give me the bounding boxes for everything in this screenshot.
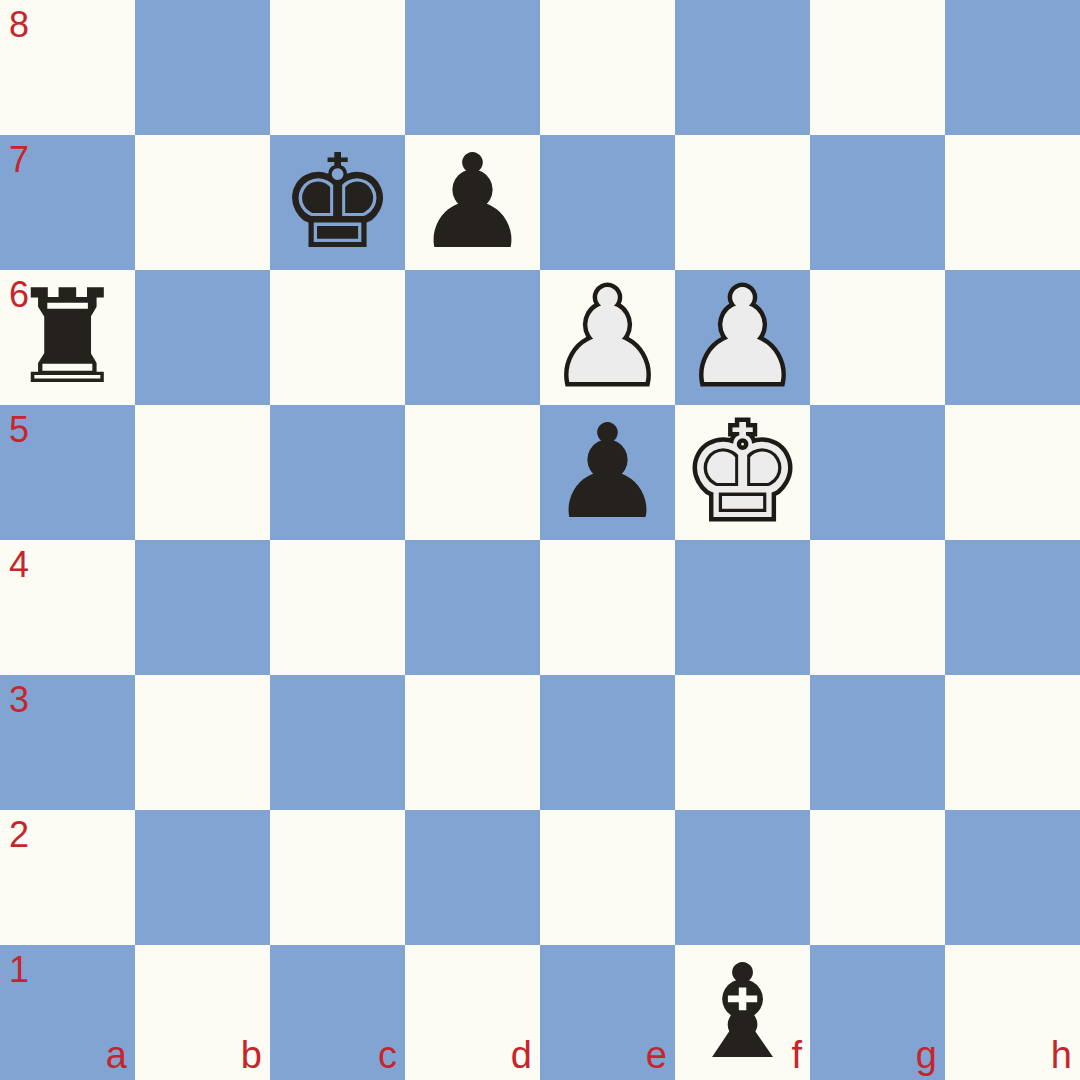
square-g5[interactable] (810, 405, 945, 540)
square-h3[interactable] (945, 675, 1080, 810)
square-h1[interactable]: h (945, 945, 1080, 1080)
square-d2[interactable] (405, 810, 540, 945)
square-c4[interactable] (270, 540, 405, 675)
square-c6[interactable] (270, 270, 405, 405)
square-g2[interactable] (810, 810, 945, 945)
square-h6[interactable] (945, 270, 1080, 405)
file-label-c: c (378, 1036, 397, 1074)
square-c3[interactable] (270, 675, 405, 810)
square-b6[interactable] (135, 270, 270, 405)
rank-label-3: 3 (9, 682, 29, 718)
square-a1[interactable]: 1a (0, 945, 135, 1080)
square-g3[interactable] (810, 675, 945, 810)
file-label-h: h (1051, 1036, 1072, 1074)
square-a7[interactable]: 7 (0, 135, 135, 270)
square-b7[interactable] (135, 135, 270, 270)
square-e8[interactable] (540, 0, 675, 135)
square-a4[interactable]: 4 (0, 540, 135, 675)
file-label-f: f (791, 1036, 802, 1074)
square-f3[interactable] (675, 675, 810, 810)
file-label-g: g (916, 1036, 937, 1074)
square-b8[interactable] (135, 0, 270, 135)
piece-black-pawn[interactable]: ♟ (414, 135, 531, 270)
file-label-e: e (646, 1036, 667, 1074)
square-e5[interactable]: ♟ (540, 405, 675, 540)
file-label-b: b (241, 1036, 262, 1074)
piece-white-pawn[interactable]: ♟ (549, 270, 666, 405)
square-f1[interactable]: f♝ (675, 945, 810, 1080)
square-d6[interactable] (405, 270, 540, 405)
square-a5[interactable]: 5 (0, 405, 135, 540)
square-d5[interactable] (405, 405, 540, 540)
square-b5[interactable] (135, 405, 270, 540)
square-f7[interactable] (675, 135, 810, 270)
square-d4[interactable] (405, 540, 540, 675)
rank-label-7: 7 (9, 142, 29, 178)
square-c7[interactable]: ♚ (270, 135, 405, 270)
square-g4[interactable] (810, 540, 945, 675)
square-a8[interactable]: 8 (0, 0, 135, 135)
square-e2[interactable] (540, 810, 675, 945)
square-b2[interactable] (135, 810, 270, 945)
rank-label-6: 6 (9, 277, 29, 313)
rank-label-5: 5 (9, 412, 29, 448)
square-f4[interactable] (675, 540, 810, 675)
square-a2[interactable]: 2 (0, 810, 135, 945)
square-e3[interactable] (540, 675, 675, 810)
piece-white-pawn[interactable]: ♟ (684, 270, 801, 405)
square-d3[interactable] (405, 675, 540, 810)
square-h5[interactable] (945, 405, 1080, 540)
rank-label-8: 8 (9, 7, 29, 43)
square-b4[interactable] (135, 540, 270, 675)
rank-label-4: 4 (9, 547, 29, 583)
square-e4[interactable] (540, 540, 675, 675)
square-d7[interactable]: ♟ (405, 135, 540, 270)
square-h2[interactable] (945, 810, 1080, 945)
square-d8[interactable] (405, 0, 540, 135)
square-h7[interactable] (945, 135, 1080, 270)
square-h8[interactable] (945, 0, 1080, 135)
piece-white-king[interactable]: ♚ (684, 405, 801, 540)
square-e6[interactable]: ♟ (540, 270, 675, 405)
square-c5[interactable] (270, 405, 405, 540)
square-e1[interactable]: e (540, 945, 675, 1080)
chess-board: 87♚♟6♜♟♟5♟♚4321abcdef♝gh (0, 0, 1080, 1080)
square-b1[interactable]: b (135, 945, 270, 1080)
square-a3[interactable]: 3 (0, 675, 135, 810)
square-c2[interactable] (270, 810, 405, 945)
square-c1[interactable]: c (270, 945, 405, 1080)
square-b3[interactable] (135, 675, 270, 810)
square-f2[interactable] (675, 810, 810, 945)
square-d1[interactable]: d (405, 945, 540, 1080)
piece-black-pawn[interactable]: ♟ (549, 405, 666, 540)
rank-label-1: 1 (9, 952, 29, 988)
square-g1[interactable]: g (810, 945, 945, 1080)
square-e7[interactable] (540, 135, 675, 270)
square-g6[interactable] (810, 270, 945, 405)
square-f6[interactable]: ♟ (675, 270, 810, 405)
square-f5[interactable]: ♚ (675, 405, 810, 540)
square-c8[interactable] (270, 0, 405, 135)
square-g8[interactable] (810, 0, 945, 135)
square-g7[interactable] (810, 135, 945, 270)
square-a6[interactable]: 6♜ (0, 270, 135, 405)
file-label-a: a (106, 1036, 127, 1074)
file-label-d: d (511, 1036, 532, 1074)
piece-black-king[interactable]: ♚ (279, 135, 396, 270)
rank-label-2: 2 (9, 817, 29, 853)
square-h4[interactable] (945, 540, 1080, 675)
piece-black-bishop[interactable]: ♝ (684, 945, 801, 1080)
square-f8[interactable] (675, 0, 810, 135)
